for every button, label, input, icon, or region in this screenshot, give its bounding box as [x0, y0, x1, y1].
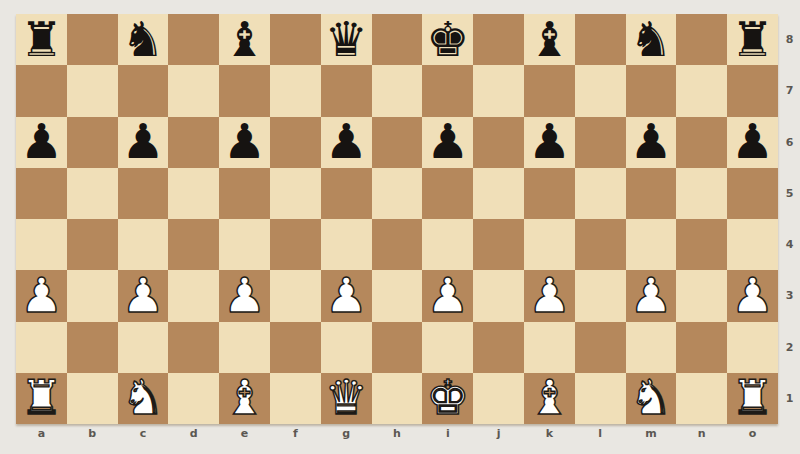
square-o5[interactable] [727, 168, 778, 219]
piece-white-rook[interactable]: ♜ [731, 373, 774, 421]
piece-white-rook[interactable]: ♜ [20, 373, 63, 421]
file-label-j: j [473, 426, 524, 441]
piece-black-bishop[interactable]: ♝ [528, 15, 571, 63]
square-j4[interactable] [473, 219, 524, 270]
square-c3[interactable]: ♟ [118, 270, 169, 321]
square-k8[interactable]: ♝ [524, 14, 575, 65]
file-label-c: c [118, 426, 169, 441]
square-l4[interactable] [575, 219, 626, 270]
square-f5[interactable] [270, 168, 321, 219]
square-m4[interactable] [626, 219, 677, 270]
square-e5[interactable] [219, 168, 270, 219]
square-n8[interactable] [676, 14, 727, 65]
piece-white-pawn[interactable]: ♟ [731, 271, 774, 319]
square-k1[interactable]: ♝ [524, 373, 575, 424]
square-g6[interactable]: ♟ [321, 117, 372, 168]
piece-black-bishop[interactable]: ♝ [223, 15, 266, 63]
square-a5[interactable] [16, 168, 67, 219]
square-h4[interactable] [372, 219, 423, 270]
piece-white-pawn[interactable]: ♟ [629, 271, 672, 319]
square-f3[interactable] [270, 270, 321, 321]
square-d6[interactable] [168, 117, 219, 168]
piece-black-pawn[interactable]: ♟ [223, 117, 266, 165]
piece-white-knight[interactable]: ♞ [629, 373, 672, 421]
square-j5[interactable] [473, 168, 524, 219]
square-g3[interactable]: ♟ [321, 270, 372, 321]
square-b7[interactable] [67, 65, 118, 116]
square-d2[interactable] [168, 322, 219, 373]
square-b1[interactable] [67, 373, 118, 424]
rank-labels: 87654321 [779, 14, 800, 424]
piece-black-king[interactable]: ♚ [426, 15, 469, 63]
file-label-e: e [219, 426, 270, 441]
square-d7[interactable] [168, 65, 219, 116]
square-k2[interactable] [524, 322, 575, 373]
square-e8[interactable]: ♝ [219, 14, 270, 65]
square-i3[interactable]: ♟ [422, 270, 473, 321]
square-h5[interactable] [372, 168, 423, 219]
square-e4[interactable] [219, 219, 270, 270]
piece-black-rook[interactable]: ♜ [731, 15, 774, 63]
piece-white-pawn[interactable]: ♟ [223, 271, 266, 319]
square-o8[interactable]: ♜ [727, 14, 778, 65]
square-e7[interactable] [219, 65, 270, 116]
piece-black-pawn[interactable]: ♟ [426, 117, 469, 165]
square-n7[interactable] [676, 65, 727, 116]
square-b8[interactable] [67, 14, 118, 65]
file-label-b: b [67, 426, 118, 441]
piece-black-knight[interactable]: ♞ [629, 15, 672, 63]
square-h1[interactable] [372, 373, 423, 424]
square-d5[interactable] [168, 168, 219, 219]
square-c8[interactable]: ♞ [118, 14, 169, 65]
piece-white-king[interactable]: ♚ [426, 373, 469, 421]
square-j3[interactable] [473, 270, 524, 321]
square-g5[interactable] [321, 168, 372, 219]
piece-white-pawn[interactable]: ♟ [121, 271, 164, 319]
square-g7[interactable] [321, 65, 372, 116]
file-label-a: a [16, 426, 67, 441]
square-f2[interactable] [270, 322, 321, 373]
square-o3[interactable]: ♟ [727, 270, 778, 321]
piece-white-pawn[interactable]: ♟ [426, 271, 469, 319]
square-m5[interactable] [626, 168, 677, 219]
square-k6[interactable]: ♟ [524, 117, 575, 168]
file-label-k: k [524, 426, 575, 441]
square-c6[interactable]: ♟ [118, 117, 169, 168]
square-j6[interactable] [473, 117, 524, 168]
piece-black-pawn[interactable]: ♟ [20, 117, 63, 165]
square-o6[interactable]: ♟ [727, 117, 778, 168]
piece-white-knight[interactable]: ♞ [121, 373, 164, 421]
rank-label-4: 4 [779, 219, 800, 270]
square-m3[interactable]: ♟ [626, 270, 677, 321]
square-d4[interactable] [168, 219, 219, 270]
square-m1[interactable]: ♞ [626, 373, 677, 424]
square-i7[interactable] [422, 65, 473, 116]
square-a2[interactable] [16, 322, 67, 373]
file-label-g: g [321, 426, 372, 441]
file-label-m: m [626, 426, 677, 441]
square-a8[interactable]: ♜ [16, 14, 67, 65]
square-j2[interactable] [473, 322, 524, 373]
square-h3[interactable] [372, 270, 423, 321]
file-label-i: i [422, 426, 473, 441]
chess-board: ♜♞♝♛♚♝♞♜♟♟♟♟♟♟♟♟♟♟♟♟♟♟♟♟♜♞♝♛♚♝♞♜ [16, 14, 778, 424]
square-b2[interactable] [67, 322, 118, 373]
rank-label-6: 6 [779, 117, 800, 168]
square-m2[interactable] [626, 322, 677, 373]
square-a3[interactable]: ♟ [16, 270, 67, 321]
piece-white-bishop[interactable]: ♝ [528, 373, 571, 421]
square-n6[interactable] [676, 117, 727, 168]
square-c7[interactable] [118, 65, 169, 116]
file-label-l: l [575, 426, 626, 441]
square-i5[interactable] [422, 168, 473, 219]
square-b5[interactable] [67, 168, 118, 219]
square-h6[interactable] [372, 117, 423, 168]
board-area: ♜♞♝♛♚♝♞♜♟♟♟♟♟♟♟♟♟♟♟♟♟♟♟♟♜♞♝♛♚♝♞♜ abcdefg… [0, 0, 800, 454]
piece-black-knight[interactable]: ♞ [121, 15, 164, 63]
piece-black-queen[interactable]: ♛ [325, 15, 368, 63]
piece-black-pawn[interactable]: ♟ [731, 117, 774, 165]
square-b4[interactable] [67, 219, 118, 270]
square-b6[interactable] [67, 117, 118, 168]
square-d8[interactable] [168, 14, 219, 65]
square-h7[interactable] [372, 65, 423, 116]
square-f4[interactable] [270, 219, 321, 270]
square-h2[interactable] [372, 322, 423, 373]
piece-black-rook[interactable]: ♜ [20, 15, 63, 63]
square-m8[interactable]: ♞ [626, 14, 677, 65]
square-l5[interactable] [575, 168, 626, 219]
square-o2[interactable] [727, 322, 778, 373]
square-k4[interactable] [524, 219, 575, 270]
piece-white-pawn[interactable]: ♟ [20, 271, 63, 319]
piece-white-pawn[interactable]: ♟ [528, 271, 571, 319]
rank-label-1: 1 [779, 373, 800, 424]
piece-black-pawn[interactable]: ♟ [121, 117, 164, 165]
square-f8[interactable] [270, 14, 321, 65]
square-o4[interactable] [727, 219, 778, 270]
square-k5[interactable] [524, 168, 575, 219]
square-a1[interactable]: ♜ [16, 373, 67, 424]
square-l2[interactable] [575, 322, 626, 373]
square-i2[interactable] [422, 322, 473, 373]
file-label-f: f [270, 426, 321, 441]
square-a7[interactable] [16, 65, 67, 116]
square-j7[interactable] [473, 65, 524, 116]
square-m6[interactable]: ♟ [626, 117, 677, 168]
square-i4[interactable] [422, 219, 473, 270]
square-l7[interactable] [575, 65, 626, 116]
square-c4[interactable] [118, 219, 169, 270]
square-l8[interactable] [575, 14, 626, 65]
square-e6[interactable]: ♟ [219, 117, 270, 168]
square-f1[interactable] [270, 373, 321, 424]
square-f7[interactable] [270, 65, 321, 116]
square-j8[interactable] [473, 14, 524, 65]
square-c1[interactable]: ♞ [118, 373, 169, 424]
square-d1[interactable] [168, 373, 219, 424]
square-c2[interactable] [118, 322, 169, 373]
square-g8[interactable]: ♛ [321, 14, 372, 65]
rank-label-8: 8 [779, 14, 800, 65]
square-o7[interactable] [727, 65, 778, 116]
file-label-o: o [727, 426, 778, 441]
rank-label-2: 2 [779, 322, 800, 373]
square-k3[interactable]: ♟ [524, 270, 575, 321]
square-g4[interactable] [321, 219, 372, 270]
square-k7[interactable] [524, 65, 575, 116]
square-a4[interactable] [16, 219, 67, 270]
square-j1[interactable] [473, 373, 524, 424]
square-d3[interactable] [168, 270, 219, 321]
square-o1[interactable]: ♜ [727, 373, 778, 424]
square-i6[interactable]: ♟ [422, 117, 473, 168]
square-n1[interactable] [676, 373, 727, 424]
square-c5[interactable] [118, 168, 169, 219]
square-i1[interactable]: ♚ [422, 373, 473, 424]
rank-label-5: 5 [779, 168, 800, 219]
square-g2[interactable] [321, 322, 372, 373]
square-l1[interactable] [575, 373, 626, 424]
square-e1[interactable]: ♝ [219, 373, 270, 424]
square-n4[interactable] [676, 219, 727, 270]
square-l3[interactable] [575, 270, 626, 321]
file-label-d: d [168, 426, 219, 441]
square-i8[interactable]: ♚ [422, 14, 473, 65]
file-labels: abcdefghijklmno [16, 426, 778, 441]
piece-white-pawn[interactable]: ♟ [325, 271, 368, 319]
piece-white-bishop[interactable]: ♝ [223, 373, 266, 421]
piece-black-pawn[interactable]: ♟ [325, 117, 368, 165]
piece-black-pawn[interactable]: ♟ [629, 117, 672, 165]
square-n2[interactable] [676, 322, 727, 373]
square-m7[interactable] [626, 65, 677, 116]
square-a6[interactable]: ♟ [16, 117, 67, 168]
file-label-n: n [676, 426, 727, 441]
square-g1[interactable]: ♛ [321, 373, 372, 424]
square-f6[interactable] [270, 117, 321, 168]
square-l6[interactable] [575, 117, 626, 168]
rank-label-3: 3 [779, 270, 800, 321]
piece-white-queen[interactable]: ♛ [325, 373, 368, 421]
square-n3[interactable] [676, 270, 727, 321]
piece-black-pawn[interactable]: ♟ [528, 117, 571, 165]
square-b3[interactable] [67, 270, 118, 321]
square-e3[interactable]: ♟ [219, 270, 270, 321]
square-h8[interactable] [372, 14, 423, 65]
file-label-h: h [372, 426, 423, 441]
rank-label-7: 7 [779, 65, 800, 116]
square-e2[interactable] [219, 322, 270, 373]
square-n5[interactable] [676, 168, 727, 219]
